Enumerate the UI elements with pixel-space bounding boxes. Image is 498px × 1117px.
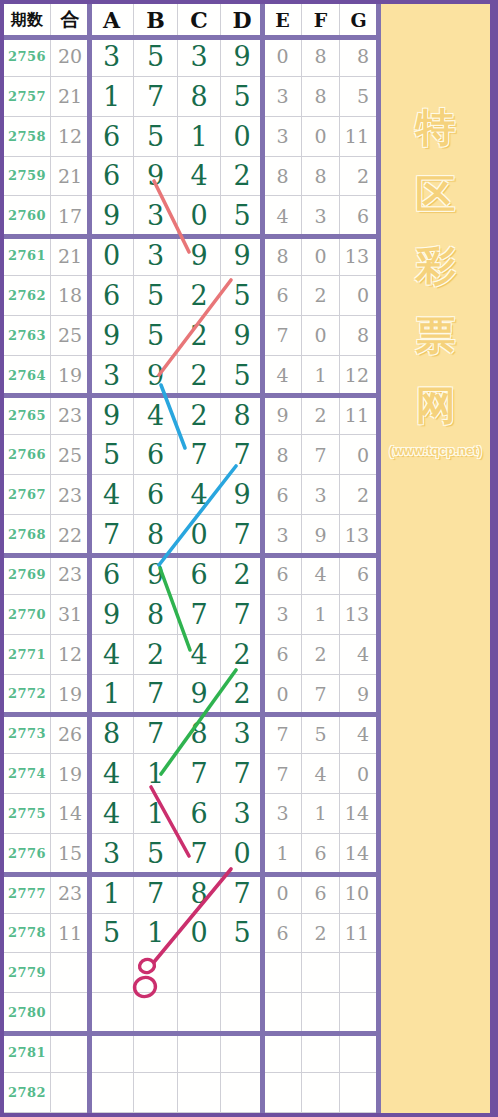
cell-2771-b: 2 — [134, 635, 178, 675]
cell-2781-g — [340, 1033, 378, 1073]
cell-2757-c: 8 — [178, 77, 221, 117]
cell-2765-sum: 23 — [51, 396, 90, 436]
cell-2757-f: 8 — [302, 77, 340, 117]
cell-2770-g: 13 — [340, 595, 378, 635]
cell-2768-d: 7 — [221, 515, 264, 555]
group-divider-horizontal-2768 — [4, 553, 381, 558]
cell-2766-a: 5 — [90, 435, 134, 475]
cell-2778-g: 11 — [340, 914, 378, 954]
cell-2760-e: 4 — [264, 196, 302, 236]
cell-2766-period: 2766 — [4, 435, 51, 475]
cell-2772-period: 2772 — [4, 675, 51, 715]
cell-2770-b: 8 — [134, 595, 178, 635]
cell-2763-c: 2 — [178, 316, 221, 356]
cell-2774-sum: 19 — [51, 754, 90, 794]
cell-2778-period: 2778 — [4, 914, 51, 954]
cell-2769-period: 2769 — [4, 555, 51, 595]
cell-2770-c: 7 — [178, 595, 221, 635]
cell-2776-d: 0 — [221, 834, 264, 874]
cell-2762-period: 2762 — [4, 276, 51, 316]
cell-2773-a: 8 — [90, 714, 134, 754]
cell-2771-g: 4 — [340, 635, 378, 675]
cell-2772-a: 1 — [90, 675, 134, 715]
cell-2757-period: 2757 — [4, 77, 51, 117]
cell-2756-f: 8 — [302, 37, 340, 77]
cell-2782-d — [221, 1073, 264, 1113]
cell-2760-period: 2760 — [4, 196, 51, 236]
cell-2782-b — [134, 1073, 178, 1113]
cell-2762-d: 5 — [221, 276, 264, 316]
cell-2780-g — [340, 993, 378, 1033]
cell-2774-c: 7 — [178, 754, 221, 794]
cell-2771-sum: 12 — [51, 635, 90, 675]
watermark-char-1: 特 — [381, 105, 490, 149]
cell-2756-b: 5 — [134, 37, 178, 77]
group-divider-horizontal-2764 — [4, 393, 381, 398]
cell-2757-e: 3 — [264, 77, 302, 117]
cell-2758-b: 5 — [134, 117, 178, 157]
cell-2775-sum: 14 — [51, 794, 90, 834]
header-g: G — [340, 4, 378, 37]
cell-2778-e: 6 — [264, 914, 302, 954]
cell-2781-b — [134, 1033, 178, 1073]
cell-2776-period: 2776 — [4, 834, 51, 874]
cell-2756-d: 9 — [221, 37, 264, 77]
cell-2773-c: 8 — [178, 714, 221, 754]
cell-2761-c: 9 — [178, 236, 221, 276]
cell-2778-c: 0 — [178, 914, 221, 954]
cell-2765-g: 11 — [340, 396, 378, 436]
watermark-panel: 特 区 彩 票 网 (www.tqcp.net) — [381, 4, 490, 1113]
cell-2759-f: 8 — [302, 157, 340, 197]
cell-2772-sum: 19 — [51, 675, 90, 715]
cell-2780-f — [302, 993, 340, 1033]
cell-2765-c: 2 — [178, 396, 221, 436]
cell-2769-a: 6 — [90, 555, 134, 595]
cell-2777-a: 1 — [90, 874, 134, 914]
cell-2773-period: 2773 — [4, 714, 51, 754]
watermark-char-3: 彩 — [381, 243, 490, 287]
cell-2781-d — [221, 1033, 264, 1073]
cell-2763-period: 2763 — [4, 316, 51, 356]
cell-2782-a — [90, 1073, 134, 1113]
header-sum: 合 — [51, 4, 90, 37]
cell-2774-e: 7 — [264, 754, 302, 794]
cell-2762-b: 5 — [134, 276, 178, 316]
cell-2779-g — [340, 953, 378, 993]
cell-2763-d: 9 — [221, 316, 264, 356]
cell-2772-f: 7 — [302, 675, 340, 715]
cell-2776-g: 14 — [340, 834, 378, 874]
cell-2770-e: 3 — [264, 595, 302, 635]
cell-2777-f: 6 — [302, 874, 340, 914]
cell-2762-a: 6 — [90, 276, 134, 316]
cell-2777-c: 8 — [178, 874, 221, 914]
cell-2757-sum: 21 — [51, 77, 90, 117]
cell-2776-f: 6 — [302, 834, 340, 874]
cell-2761-b: 3 — [134, 236, 178, 276]
cell-2767-sum: 23 — [51, 475, 90, 515]
cell-2782-e — [264, 1073, 302, 1113]
cell-2781-c — [178, 1033, 221, 1073]
cell-2774-period: 2774 — [4, 754, 51, 794]
cell-2756-a: 3 — [90, 37, 134, 77]
cell-2766-sum: 25 — [51, 435, 90, 475]
cell-2758-f: 0 — [302, 117, 340, 157]
cell-2780-a — [90, 993, 134, 1033]
cell-2779-d — [221, 953, 264, 993]
cell-2765-d: 8 — [221, 396, 264, 436]
cell-2767-d: 9 — [221, 475, 264, 515]
cell-2759-e: 8 — [264, 157, 302, 197]
cell-2769-e: 6 — [264, 555, 302, 595]
cell-2775-e: 3 — [264, 794, 302, 834]
cell-2782-g — [340, 1073, 378, 1113]
cell-2763-g: 8 — [340, 316, 378, 356]
trend-table: 期数 合 A B C D E F G 275620353908827572117… — [4, 4, 378, 1113]
cell-2776-c: 7 — [178, 834, 221, 874]
cell-2770-sum: 31 — [51, 595, 90, 635]
cell-2778-a: 5 — [90, 914, 134, 954]
cell-2778-sum: 11 — [51, 914, 90, 954]
cell-2766-e: 8 — [264, 435, 302, 475]
header-f: F — [302, 4, 340, 37]
cell-2760-sum: 17 — [51, 196, 90, 236]
cell-2766-d: 7 — [221, 435, 264, 475]
cell-2757-a: 1 — [90, 77, 134, 117]
cell-2774-a: 4 — [90, 754, 134, 794]
cell-2764-a: 3 — [90, 356, 134, 396]
cell-2776-a: 3 — [90, 834, 134, 874]
cell-2764-b: 9 — [134, 356, 178, 396]
cell-2782-period: 2782 — [4, 1073, 51, 1113]
cell-2775-d: 3 — [221, 794, 264, 834]
cell-2769-sum: 23 — [51, 555, 90, 595]
cell-2770-a: 9 — [90, 595, 134, 635]
cell-2759-period: 2759 — [4, 157, 51, 197]
cell-2781-f — [302, 1033, 340, 1073]
cell-2759-sum: 21 — [51, 157, 90, 197]
cell-2778-f: 2 — [302, 914, 340, 954]
cell-2763-sum: 25 — [51, 316, 90, 356]
cell-2762-e: 6 — [264, 276, 302, 316]
cell-2777-b: 7 — [134, 874, 178, 914]
cell-2774-b: 1 — [134, 754, 178, 794]
cell-2767-g: 2 — [340, 475, 378, 515]
cell-2781-e — [264, 1033, 302, 1073]
cell-2775-b: 1 — [134, 794, 178, 834]
watermark-char-5: 网 — [381, 383, 490, 427]
header-e: E — [264, 4, 302, 37]
cell-2762-g: 0 — [340, 276, 378, 316]
cell-2780-d — [221, 993, 264, 1033]
cell-2765-a: 9 — [90, 396, 134, 436]
cell-2775-a: 4 — [90, 794, 134, 834]
cell-2764-period: 2764 — [4, 356, 51, 396]
cell-2777-g: 10 — [340, 874, 378, 914]
cell-2777-sum: 23 — [51, 874, 90, 914]
cell-2767-c: 4 — [178, 475, 221, 515]
header-d: D — [221, 4, 264, 37]
cell-2772-b: 7 — [134, 675, 178, 715]
cell-2771-c: 4 — [178, 635, 221, 675]
cell-2758-d: 0 — [221, 117, 264, 157]
cell-2767-period: 2767 — [4, 475, 51, 515]
cell-2769-b: 9 — [134, 555, 178, 595]
cell-2771-d: 2 — [221, 635, 264, 675]
group-divider-vertical-2 — [260, 4, 265, 1113]
cell-2773-b: 7 — [134, 714, 178, 754]
cell-2767-b: 6 — [134, 475, 178, 515]
cell-2758-sum: 12 — [51, 117, 90, 157]
cell-2758-c: 1 — [178, 117, 221, 157]
group-divider-vertical-3 — [376, 4, 381, 1113]
cell-2782-c — [178, 1073, 221, 1113]
cell-2778-d: 5 — [221, 914, 264, 954]
group-divider-horizontal-2772 — [4, 712, 381, 717]
cell-2763-f: 0 — [302, 316, 340, 356]
cell-2774-d: 7 — [221, 754, 264, 794]
cell-2775-f: 1 — [302, 794, 340, 834]
cell-2768-a: 7 — [90, 515, 134, 555]
cell-2775-g: 14 — [340, 794, 378, 834]
cell-2771-e: 6 — [264, 635, 302, 675]
cell-2780-b — [134, 993, 178, 1033]
cell-2769-c: 6 — [178, 555, 221, 595]
cell-2779-b — [134, 953, 178, 993]
cell-2772-d: 2 — [221, 675, 264, 715]
cell-2780-c — [178, 993, 221, 1033]
cell-2779-a — [90, 953, 134, 993]
lottery-trend-chart: 期数 合 A B C D E F G 275620353908827572117… — [0, 0, 498, 1117]
cell-2768-sum: 22 — [51, 515, 90, 555]
cell-2762-f: 2 — [302, 276, 340, 316]
cell-2766-g: 0 — [340, 435, 378, 475]
cell-2763-b: 5 — [134, 316, 178, 356]
cell-2779-period: 2779 — [4, 953, 51, 993]
cell-2776-b: 5 — [134, 834, 178, 874]
cell-2762-sum: 18 — [51, 276, 90, 316]
cell-2782-sum — [51, 1073, 90, 1113]
cell-2770-f: 1 — [302, 595, 340, 635]
cell-2766-b: 6 — [134, 435, 178, 475]
cell-2756-e: 0 — [264, 37, 302, 77]
cell-2776-e: 1 — [264, 834, 302, 874]
cell-2780-e — [264, 993, 302, 1033]
cell-2757-b: 7 — [134, 77, 178, 117]
cell-2756-c: 3 — [178, 37, 221, 77]
cell-2781-a — [90, 1033, 134, 1073]
cell-2773-d: 3 — [221, 714, 264, 754]
cell-2766-c: 7 — [178, 435, 221, 475]
cell-2772-e: 0 — [264, 675, 302, 715]
cell-2759-d: 2 — [221, 157, 264, 197]
cell-2775-period: 2775 — [4, 794, 51, 834]
cell-2758-period: 2758 — [4, 117, 51, 157]
cell-2757-g: 5 — [340, 77, 378, 117]
cell-2761-sum: 21 — [51, 236, 90, 276]
cell-2767-a: 4 — [90, 475, 134, 515]
cell-2761-e: 8 — [264, 236, 302, 276]
cell-2775-c: 6 — [178, 794, 221, 834]
header-c: C — [178, 4, 221, 37]
cell-2771-f: 2 — [302, 635, 340, 675]
group-divider-vertical-1 — [87, 4, 92, 1113]
cell-2756-g: 8 — [340, 37, 378, 77]
header-a: A — [90, 4, 134, 37]
cell-2761-f: 0 — [302, 236, 340, 276]
cell-2773-f: 5 — [302, 714, 340, 754]
cell-2766-f: 7 — [302, 435, 340, 475]
cell-2763-e: 7 — [264, 316, 302, 356]
cell-2761-d: 9 — [221, 236, 264, 276]
trend-board: 期数 合 A B C D E F G 275620353908827572117… — [4, 4, 381, 1113]
cell-2759-g: 2 — [340, 157, 378, 197]
header-b: B — [134, 4, 178, 37]
cell-2768-g: 13 — [340, 515, 378, 555]
cell-2768-c: 0 — [178, 515, 221, 555]
cell-2764-e: 4 — [264, 356, 302, 396]
watermark-char-4: 票 — [381, 313, 490, 357]
cell-2757-d: 5 — [221, 77, 264, 117]
cell-2781-sum — [51, 1033, 90, 1073]
cell-2782-f — [302, 1073, 340, 1113]
cell-2756-sum: 20 — [51, 37, 90, 77]
cell-2760-d: 5 — [221, 196, 264, 236]
cell-2768-b: 8 — [134, 515, 178, 555]
cell-2773-sum: 26 — [51, 714, 90, 754]
cell-2778-b: 1 — [134, 914, 178, 954]
group-divider-horizontal-header — [4, 35, 381, 40]
cell-2760-c: 0 — [178, 196, 221, 236]
cell-2761-period: 2761 — [4, 236, 51, 276]
cell-2769-g: 6 — [340, 555, 378, 595]
cell-2777-d: 7 — [221, 874, 264, 914]
cell-2756-period: 2756 — [4, 37, 51, 77]
cell-2763-a: 9 — [90, 316, 134, 356]
cell-2768-f: 9 — [302, 515, 340, 555]
cell-2760-b: 3 — [134, 196, 178, 236]
cell-2771-a: 4 — [90, 635, 134, 675]
cell-2760-g: 6 — [340, 196, 378, 236]
watermark-url: (www.tqcp.net) — [381, 444, 490, 458]
cell-2779-sum — [51, 953, 90, 993]
cell-2764-d: 5 — [221, 356, 264, 396]
cell-2779-e — [264, 953, 302, 993]
cell-2779-c — [178, 953, 221, 993]
cell-2768-e: 3 — [264, 515, 302, 555]
cell-2765-f: 2 — [302, 396, 340, 436]
cell-2781-period: 2781 — [4, 1033, 51, 1073]
header-period: 期数 — [4, 4, 51, 37]
cell-2764-f: 1 — [302, 356, 340, 396]
cell-2776-sum: 15 — [51, 834, 90, 874]
cell-2762-c: 2 — [178, 276, 221, 316]
cell-2759-c: 4 — [178, 157, 221, 197]
group-divider-horizontal-2776 — [4, 872, 381, 877]
cell-2777-e: 0 — [264, 874, 302, 914]
cell-2770-period: 2770 — [4, 595, 51, 635]
cell-2759-a: 6 — [90, 157, 134, 197]
cell-2767-e: 6 — [264, 475, 302, 515]
group-divider-horizontal-2760 — [4, 234, 381, 239]
cell-2774-f: 4 — [302, 754, 340, 794]
group-divider-horizontal-2780 — [4, 1031, 381, 1036]
cell-2764-g: 12 — [340, 356, 378, 396]
cell-2770-d: 7 — [221, 595, 264, 635]
cell-2772-g: 9 — [340, 675, 378, 715]
cell-2772-c: 9 — [178, 675, 221, 715]
cell-2758-g: 11 — [340, 117, 378, 157]
cell-2774-g: 0 — [340, 754, 378, 794]
cell-2758-a: 6 — [90, 117, 134, 157]
cell-2765-e: 9 — [264, 396, 302, 436]
cell-2761-a: 0 — [90, 236, 134, 276]
cell-2760-a: 9 — [90, 196, 134, 236]
cell-2759-b: 9 — [134, 157, 178, 197]
cell-2777-period: 2777 — [4, 874, 51, 914]
cell-2765-b: 4 — [134, 396, 178, 436]
cell-2779-f — [302, 953, 340, 993]
cell-2780-sum — [51, 993, 90, 1033]
cell-2773-e: 7 — [264, 714, 302, 754]
watermark-char-2: 区 — [381, 172, 490, 216]
cell-2765-period: 2765 — [4, 396, 51, 436]
cell-2768-period: 2768 — [4, 515, 51, 555]
cell-2773-g: 4 — [340, 714, 378, 754]
cell-2758-e: 3 — [264, 117, 302, 157]
cell-2761-g: 13 — [340, 236, 378, 276]
cell-2771-period: 2771 — [4, 635, 51, 675]
cell-2769-f: 4 — [302, 555, 340, 595]
cell-2767-f: 3 — [302, 475, 340, 515]
cell-2769-d: 2 — [221, 555, 264, 595]
cell-2764-c: 2 — [178, 356, 221, 396]
cell-2780-period: 2780 — [4, 993, 51, 1033]
cell-2760-f: 3 — [302, 196, 340, 236]
cell-2764-sum: 19 — [51, 356, 90, 396]
